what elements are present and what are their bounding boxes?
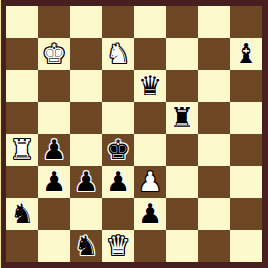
square-b3[interactable]: ♟ [38, 166, 70, 198]
square-d6[interactable] [102, 70, 134, 102]
square-g8[interactable] [198, 6, 230, 38]
square-c4[interactable] [70, 134, 102, 166]
piece-black-rook-f5[interactable]: ♜ [170, 102, 194, 134]
square-a2[interactable]: ♞ [6, 198, 38, 230]
square-e5[interactable] [134, 102, 166, 134]
piece-white-king-b7[interactable]: ♚ [42, 38, 66, 70]
square-b1[interactable] [38, 230, 70, 262]
square-c2[interactable] [70, 198, 102, 230]
square-e1[interactable] [134, 230, 166, 262]
square-c8[interactable] [70, 6, 102, 38]
square-e3[interactable]: ♟ [134, 166, 166, 198]
square-f1[interactable] [166, 230, 198, 262]
square-f4[interactable] [166, 134, 198, 166]
piece-black-king-d4[interactable]: ♚ [106, 134, 130, 166]
square-d2[interactable] [102, 198, 134, 230]
square-c6[interactable] [70, 70, 102, 102]
square-a3[interactable] [6, 166, 38, 198]
square-a5[interactable] [6, 102, 38, 134]
piece-black-pawn-c3[interactable]: ♟ [74, 166, 98, 198]
square-g5[interactable] [198, 102, 230, 134]
piece-white-queen-d1[interactable]: ♛ [106, 230, 130, 262]
square-f2[interactable] [166, 198, 198, 230]
square-f5[interactable]: ♜ [166, 102, 198, 134]
square-g7[interactable] [198, 38, 230, 70]
square-h1[interactable] [230, 230, 262, 262]
square-g1[interactable] [198, 230, 230, 262]
chess-board: ♚♞♝♛♜♜♟♚♟♟♟♟♞♟♞♛ [6, 6, 262, 262]
square-h7[interactable]: ♝ [230, 38, 262, 70]
square-d1[interactable]: ♛ [102, 230, 134, 262]
square-g6[interactable] [198, 70, 230, 102]
square-a6[interactable] [6, 70, 38, 102]
square-f7[interactable] [166, 38, 198, 70]
square-b6[interactable] [38, 70, 70, 102]
piece-white-knight-d7[interactable]: ♞ [106, 38, 130, 70]
square-e7[interactable] [134, 38, 166, 70]
piece-black-pawn-d3[interactable]: ♟ [106, 166, 130, 198]
square-g2[interactable] [198, 198, 230, 230]
square-f6[interactable] [166, 70, 198, 102]
square-g3[interactable] [198, 166, 230, 198]
square-c5[interactable] [70, 102, 102, 134]
piece-black-bishop-h7[interactable]: ♝ [234, 38, 258, 70]
square-h5[interactable] [230, 102, 262, 134]
square-e6[interactable]: ♛ [134, 70, 166, 102]
piece-black-pawn-b3[interactable]: ♟ [42, 166, 66, 198]
piece-black-pawn-b4[interactable]: ♟ [42, 134, 66, 166]
square-c1[interactable]: ♞ [70, 230, 102, 262]
square-a4[interactable]: ♜ [6, 134, 38, 166]
square-d7[interactable]: ♞ [102, 38, 134, 70]
piece-black-knight-a2[interactable]: ♞ [10, 198, 34, 230]
square-g4[interactable] [198, 134, 230, 166]
square-b2[interactable] [38, 198, 70, 230]
square-b4[interactable]: ♟ [38, 134, 70, 166]
square-b7[interactable]: ♚ [38, 38, 70, 70]
square-a7[interactable] [6, 38, 38, 70]
square-e8[interactable] [134, 6, 166, 38]
square-d5[interactable] [102, 102, 134, 134]
piece-black-pawn-e2[interactable]: ♟ [138, 198, 162, 230]
square-d3[interactable]: ♟ [102, 166, 134, 198]
square-h2[interactable] [230, 198, 262, 230]
piece-black-queen-e6[interactable]: ♛ [138, 70, 162, 102]
square-f8[interactable] [166, 6, 198, 38]
square-a8[interactable] [6, 6, 38, 38]
square-a1[interactable] [6, 230, 38, 262]
square-d4[interactable]: ♚ [102, 134, 134, 166]
square-c3[interactable]: ♟ [70, 166, 102, 198]
square-e4[interactable] [134, 134, 166, 166]
square-h3[interactable] [230, 166, 262, 198]
square-h6[interactable] [230, 70, 262, 102]
chess-board-frame: ♚♞♝♛♜♜♟♚♟♟♟♟♞♟♞♛ [0, 0, 268, 268]
square-b8[interactable] [38, 6, 70, 38]
square-c7[interactable] [70, 38, 102, 70]
square-h4[interactable] [230, 134, 262, 166]
piece-white-pawn-e3[interactable]: ♟ [138, 166, 162, 198]
piece-black-knight-c1[interactable]: ♞ [74, 230, 98, 262]
square-h8[interactable] [230, 6, 262, 38]
square-b5[interactable] [38, 102, 70, 134]
square-d8[interactable] [102, 6, 134, 38]
square-f3[interactable] [166, 166, 198, 198]
piece-white-rook-a4[interactable]: ♜ [10, 134, 34, 166]
square-e2[interactable]: ♟ [134, 198, 166, 230]
